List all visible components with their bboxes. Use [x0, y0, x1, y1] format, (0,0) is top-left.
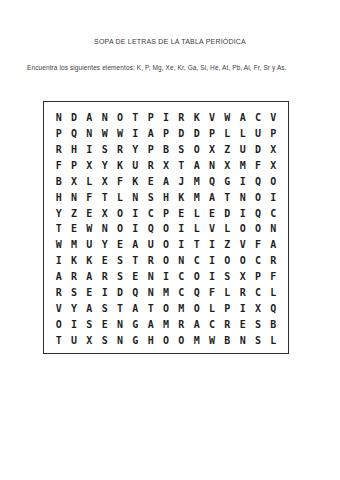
- grid-cell[interactable]: V: [204, 110, 219, 126]
- grid-cell[interactable]: P: [51, 126, 66, 142]
- grid-cell[interactable]: C: [174, 269, 189, 285]
- grid-cell[interactable]: O: [235, 253, 250, 269]
- grid-cell[interactable]: D: [220, 206, 235, 222]
- grid-cell[interactable]: T: [128, 253, 143, 269]
- grid-cell[interactable]: E: [97, 317, 112, 333]
- grid-cell[interactable]: X: [97, 206, 112, 222]
- grid-cell[interactable]: K: [128, 174, 143, 190]
- grid-cell[interactable]: Q: [128, 285, 143, 301]
- grid-cell[interactable]: B: [220, 333, 235, 349]
- grid-cell[interactable]: P: [143, 142, 158, 158]
- grid-cell[interactable]: G: [220, 174, 235, 190]
- grid-cell[interactable]: I: [128, 206, 143, 222]
- grid-cell[interactable]: A: [82, 269, 97, 285]
- grid-cell[interactable]: F: [204, 285, 219, 301]
- grid-cell[interactable]: S: [97, 301, 112, 317]
- grid-cell[interactable]: W: [112, 126, 127, 142]
- grid-cell[interactable]: R: [266, 253, 281, 269]
- grid-cell[interactable]: C: [250, 285, 265, 301]
- grid-cell[interactable]: E: [66, 222, 81, 238]
- grid-cell[interactable]: V: [204, 222, 219, 238]
- grid-cell[interactable]: R: [66, 269, 81, 285]
- grid-cell[interactable]: M: [174, 301, 189, 317]
- worksheet-page: SOPA DE LETRAS DE LA TABLA PERIÓDICA Enc…: [0, 0, 340, 480]
- grid-cell[interactable]: T: [189, 237, 204, 253]
- grid-cell[interactable]: I: [235, 174, 250, 190]
- grid-cell[interactable]: A: [82, 301, 97, 317]
- grid-cell[interactable]: Y: [51, 206, 66, 222]
- grid-cell[interactable]: L: [112, 190, 127, 206]
- grid-cell[interactable]: E: [82, 285, 97, 301]
- grid-cell[interactable]: O: [51, 317, 66, 333]
- grid-cell[interactable]: F: [51, 158, 66, 174]
- grid-cell[interactable]: O: [158, 301, 173, 317]
- grid-cell[interactable]: C: [250, 110, 265, 126]
- grid-cell[interactable]: L: [266, 333, 281, 349]
- grid-cell[interactable]: N: [97, 110, 112, 126]
- grid-cell[interactable]: A: [235, 110, 250, 126]
- grid-cell[interactable]: T: [174, 158, 189, 174]
- grid-cell[interactable]: N: [235, 333, 250, 349]
- grid-cell[interactable]: D: [250, 142, 265, 158]
- grid-cell[interactable]: N: [51, 110, 66, 126]
- grid-cell[interactable]: E: [143, 174, 158, 190]
- grid-cell[interactable]: P: [204, 126, 219, 142]
- puzzle-title: SOPA DE LETRAS DE LA TABLA PERIÓDICA: [0, 38, 340, 45]
- grid-cell[interactable]: S: [97, 333, 112, 349]
- grid-cell[interactable]: S: [112, 253, 127, 269]
- grid-cell[interactable]: O: [158, 222, 173, 238]
- grid-cell[interactable]: L: [235, 126, 250, 142]
- grid-cell[interactable]: A: [204, 190, 219, 206]
- grid-cell[interactable]: N: [204, 158, 219, 174]
- grid-cell[interactable]: I: [128, 126, 143, 142]
- grid-cell[interactable]: T: [143, 301, 158, 317]
- grid-cell[interactable]: O: [158, 333, 173, 349]
- grid-cell[interactable]: D: [174, 126, 189, 142]
- grid-cell[interactable]: I: [174, 222, 189, 238]
- grid-cell[interactable]: O: [112, 110, 127, 126]
- grid-cell[interactable]: U: [143, 237, 158, 253]
- grid-cell[interactable]: N: [143, 285, 158, 301]
- grid-cell[interactable]: X: [66, 174, 81, 190]
- instructions-text: Encuentra los siguientes elementos: K, P…: [27, 64, 317, 71]
- grid-cell[interactable]: T: [112, 301, 127, 317]
- word-search-grid: NDANOTPIRKVWACVPQNWWIAPDDPLLUPRHISRYPBSO…: [43, 101, 289, 354]
- grid-cell[interactable]: W: [220, 110, 235, 126]
- grid-cell[interactable]: E: [82, 206, 97, 222]
- grid-cell[interactable]: T: [97, 190, 112, 206]
- grid-cell[interactable]: S: [143, 190, 158, 206]
- grid-cell[interactable]: Q: [266, 301, 281, 317]
- grid-cell[interactable]: D: [189, 126, 204, 142]
- grid-cell[interactable]: R: [143, 158, 158, 174]
- grid-cell[interactable]: S: [97, 142, 112, 158]
- grid-cell[interactable]: S: [66, 285, 81, 301]
- grid-cell[interactable]: I: [97, 285, 112, 301]
- grid-cell[interactable]: O: [250, 190, 265, 206]
- grid-cell[interactable]: G: [128, 317, 143, 333]
- grid-cell[interactable]: A: [128, 301, 143, 317]
- grid-cell[interactable]: Y: [128, 142, 143, 158]
- grid-cell[interactable]: V: [266, 110, 281, 126]
- grid-cell[interactable]: I: [266, 190, 281, 206]
- grid-cell[interactable]: N: [174, 253, 189, 269]
- grid-cell[interactable]: M: [189, 190, 204, 206]
- grid-cell[interactable]: X: [266, 142, 281, 158]
- grid-cell[interactable]: M: [189, 174, 204, 190]
- grid-cell[interactable]: E: [97, 253, 112, 269]
- grid-cell[interactable]: P: [266, 126, 281, 142]
- grid-cell[interactable]: F: [250, 158, 265, 174]
- grid-cell[interactable]: G: [128, 333, 143, 349]
- grid-cell[interactable]: F: [82, 190, 97, 206]
- grid-cell[interactable]: I: [82, 142, 97, 158]
- grid-cell[interactable]: X: [204, 142, 219, 158]
- grid-cell[interactable]: O: [189, 142, 204, 158]
- grid-cell[interactable]: N: [112, 317, 127, 333]
- grid-cell[interactable]: L: [220, 222, 235, 238]
- grid-cell[interactable]: Z: [66, 206, 81, 222]
- grid-cell[interactable]: E: [204, 206, 219, 222]
- grid-cell[interactable]: S: [220, 269, 235, 285]
- grid-cell[interactable]: O: [174, 333, 189, 349]
- grid-cell[interactable]: K: [112, 158, 127, 174]
- grid-cell[interactable]: T: [51, 222, 66, 238]
- grid-cell[interactable]: R: [97, 269, 112, 285]
- grid-cell[interactable]: L: [220, 126, 235, 142]
- grid-cell[interactable]: X: [220, 158, 235, 174]
- grid-cell[interactable]: O: [158, 237, 173, 253]
- grid-cell[interactable]: O: [112, 222, 127, 238]
- grid-cell[interactable]: X: [266, 158, 281, 174]
- grid-cell[interactable]: U: [66, 333, 81, 349]
- grid-cell[interactable]: W: [204, 333, 219, 349]
- grid-cell[interactable]: B: [158, 142, 173, 158]
- grid-cell[interactable]: I: [204, 237, 219, 253]
- grid-cell[interactable]: I: [66, 317, 81, 333]
- grid-cell[interactable]: A: [51, 269, 66, 285]
- grid-cell[interactable]: L: [220, 285, 235, 301]
- grid-cell[interactable]: Q: [66, 126, 81, 142]
- grid-cell[interactable]: L: [204, 301, 219, 317]
- grid-cell[interactable]: S: [112, 269, 127, 285]
- grid-cell[interactable]: C: [189, 253, 204, 269]
- grid-cell[interactable]: X: [250, 301, 265, 317]
- grid-cell[interactable]: N: [266, 222, 281, 238]
- grid-cell[interactable]: S: [174, 142, 189, 158]
- grid-cell[interactable]: I: [204, 253, 219, 269]
- grid-cell[interactable]: A: [128, 237, 143, 253]
- grid-cell[interactable]: N: [97, 222, 112, 238]
- grid-cell[interactable]: A: [143, 317, 158, 333]
- grid-cell[interactable]: I: [158, 269, 173, 285]
- grid-cell[interactable]: N: [66, 190, 81, 206]
- grid-cell[interactable]: F: [266, 269, 281, 285]
- grid-cell[interactable]: O: [158, 253, 173, 269]
- grid-cell[interactable]: N: [128, 190, 143, 206]
- grid-cell[interactable]: K: [174, 190, 189, 206]
- grid-cell[interactable]: L: [189, 222, 204, 238]
- grid-cell[interactable]: Z: [220, 237, 235, 253]
- grid-cell[interactable]: U: [235, 142, 250, 158]
- grid-cell[interactable]: Q: [143, 222, 158, 238]
- grid-cell[interactable]: Q: [250, 206, 265, 222]
- grid-cell[interactable]: I: [158, 110, 173, 126]
- grid-cell[interactable]: A: [266, 237, 281, 253]
- grid-cell[interactable]: F: [250, 237, 265, 253]
- grid-cell[interactable]: J: [174, 174, 189, 190]
- grid-cell[interactable]: E: [235, 317, 250, 333]
- grid-cell[interactable]: O: [266, 174, 281, 190]
- grid-cell[interactable]: E: [174, 206, 189, 222]
- grid-cell[interactable]: K: [189, 110, 204, 126]
- grid-cell[interactable]: N: [112, 333, 127, 349]
- grid-cell[interactable]: Q: [189, 285, 204, 301]
- grid-cell[interactable]: C: [143, 206, 158, 222]
- grid-cell[interactable]: F: [112, 174, 127, 190]
- grid-cell[interactable]: A: [82, 110, 97, 126]
- grid-cell[interactable]: V: [235, 237, 250, 253]
- grid-cell[interactable]: H: [66, 142, 81, 158]
- grid-cell[interactable]: K: [66, 253, 81, 269]
- grid-cell[interactable]: M: [158, 285, 173, 301]
- grid-cell[interactable]: N: [235, 190, 250, 206]
- grid-cell[interactable]: P: [158, 126, 173, 142]
- grid-cell[interactable]: W: [97, 126, 112, 142]
- grid-cell[interactable]: U: [82, 237, 97, 253]
- grid-cell[interactable]: R: [220, 317, 235, 333]
- grid-cell[interactable]: D: [66, 110, 81, 126]
- grid-cell[interactable]: X: [82, 158, 97, 174]
- grid-cell[interactable]: A: [189, 158, 204, 174]
- grid-cell[interactable]: N: [82, 126, 97, 142]
- grid-cell[interactable]: Y: [66, 301, 81, 317]
- grid-cell[interactable]: R: [112, 142, 127, 158]
- grid-cell[interactable]: O: [112, 206, 127, 222]
- grid-cell[interactable]: S: [250, 317, 265, 333]
- grid-cell[interactable]: H: [158, 190, 173, 206]
- grid-cell[interactable]: W: [82, 222, 97, 238]
- grid-cell[interactable]: T: [128, 110, 143, 126]
- grid-cell[interactable]: C: [174, 285, 189, 301]
- grid-cell[interactable]: P: [250, 269, 265, 285]
- grid-cell[interactable]: O: [250, 222, 265, 238]
- grid-cell[interactable]: R: [51, 285, 66, 301]
- grid-cell[interactable]: M: [158, 317, 173, 333]
- grid-cell[interactable]: L: [189, 206, 204, 222]
- grid-cell[interactable]: C: [204, 317, 219, 333]
- grid-cell[interactable]: P: [158, 206, 173, 222]
- grid-cell[interactable]: T: [51, 333, 66, 349]
- grid-cell[interactable]: U: [250, 126, 265, 142]
- grid-cell[interactable]: Q: [250, 174, 265, 190]
- grid-cell[interactable]: O: [220, 253, 235, 269]
- grid-cell[interactable]: E: [128, 269, 143, 285]
- grid-cell[interactable]: I: [174, 237, 189, 253]
- grid-cell[interactable]: C: [266, 206, 281, 222]
- grid-cell[interactable]: L: [82, 174, 97, 190]
- grid-cell[interactable]: D: [112, 285, 127, 301]
- grid-cell[interactable]: I: [235, 301, 250, 317]
- grid-cell[interactable]: Z: [220, 142, 235, 158]
- grid-cell[interactable]: I: [51, 253, 66, 269]
- grid-cell[interactable]: R: [51, 142, 66, 158]
- grid-cell[interactable]: W: [51, 237, 66, 253]
- grid-cell[interactable]: I: [235, 206, 250, 222]
- grid-cell[interactable]: X: [158, 158, 173, 174]
- grid-cell[interactable]: B: [266, 317, 281, 333]
- grid-cell[interactable]: M: [66, 237, 81, 253]
- grid-cell[interactable]: O: [189, 301, 204, 317]
- grid-cell[interactable]: V: [51, 301, 66, 317]
- grid-cell[interactable]: P: [220, 301, 235, 317]
- grid-cell[interactable]: P: [66, 158, 81, 174]
- grid-cell[interactable]: R: [174, 317, 189, 333]
- grid-cell[interactable]: R: [174, 110, 189, 126]
- grid-cell[interactable]: R: [235, 285, 250, 301]
- grid-cell[interactable]: E: [112, 237, 127, 253]
- grid-cell[interactable]: S: [82, 317, 97, 333]
- grid-cell[interactable]: T: [220, 190, 235, 206]
- grid-cell[interactable]: O: [235, 222, 250, 238]
- grid-cell[interactable]: R: [143, 253, 158, 269]
- grid-cell[interactable]: I: [204, 269, 219, 285]
- grid-cell[interactable]: Y: [97, 158, 112, 174]
- grid-cell[interactable]: B: [51, 174, 66, 190]
- grid-cell[interactable]: A: [143, 126, 158, 142]
- grid-cell[interactable]: S: [250, 333, 265, 349]
- grid-cell[interactable]: P: [143, 110, 158, 126]
- grid-cell[interactable]: L: [266, 285, 281, 301]
- grid-cell[interactable]: A: [189, 317, 204, 333]
- grid-cell[interactable]: U: [128, 158, 143, 174]
- grid-cell[interactable]: Q: [204, 174, 219, 190]
- grid-cell[interactable]: O: [189, 269, 204, 285]
- grid-cell[interactable]: I: [128, 222, 143, 238]
- grid-cell[interactable]: M: [189, 333, 204, 349]
- grid-cell[interactable]: X: [97, 174, 112, 190]
- grid-cell[interactable]: H: [143, 333, 158, 349]
- grid-cell[interactable]: N: [143, 269, 158, 285]
- grid-cell[interactable]: A: [158, 174, 173, 190]
- grid-cell[interactable]: M: [235, 158, 250, 174]
- grid-cell[interactable]: Y: [97, 237, 112, 253]
- grid-cell[interactable]: X: [235, 269, 250, 285]
- grid-cell[interactable]: H: [51, 190, 66, 206]
- grid-cell[interactable]: C: [250, 253, 265, 269]
- grid-cell[interactable]: K: [82, 253, 97, 269]
- grid-cell[interactable]: X: [82, 333, 97, 349]
